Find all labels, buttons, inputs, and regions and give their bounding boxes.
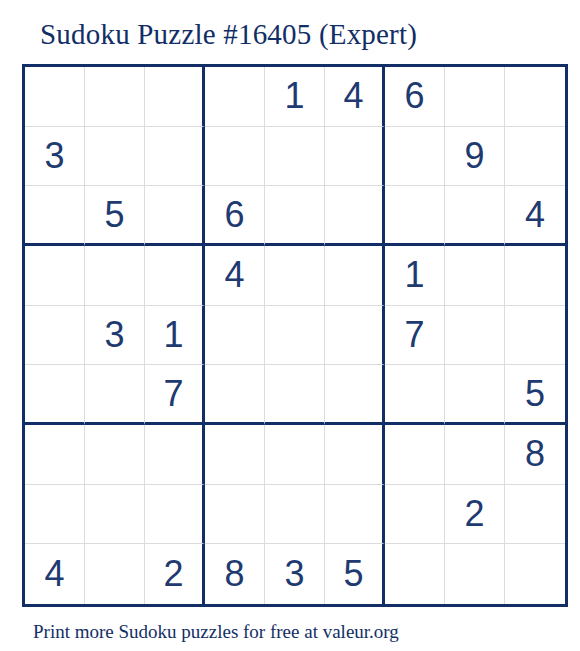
sudoku-cell-r7c9: 8 [505,425,565,485]
sudoku-cell-r2c3 [145,127,205,187]
sudoku-cell-r4c7: 1 [385,246,445,306]
sudoku-cell-r7c8 [445,425,505,485]
sudoku-cell-r1c7: 6 [385,67,445,127]
sudoku-cell-r3c6 [325,186,385,246]
sudoku-cell-r7c6 [325,425,385,485]
sudoku-cell-r8c2 [85,485,145,545]
sudoku-cell-r3c7 [385,186,445,246]
sudoku-cell-r2c4 [205,127,265,187]
sudoku-cell-r1c9 [505,67,565,127]
sudoku-cell-r8c5 [265,485,325,545]
sudoku-cell-r6c6 [325,365,385,425]
sudoku-cell-r8c7 [385,485,445,545]
sudoku-cell-r4c1 [25,246,85,306]
footer-note: Print more Sudoku puzzles for free at va… [0,607,580,643]
sudoku-cell-r5c3: 1 [145,306,205,366]
sudoku-cell-r6c7 [385,365,445,425]
sudoku-cell-r3c8 [445,186,505,246]
sudoku-cell-r7c2 [85,425,145,485]
sudoku-cell-r9c9 [505,544,565,604]
sudoku-cell-r3c1 [25,186,85,246]
sudoku-cell-r9c3: 2 [145,544,205,604]
sudoku-cell-r4c9 [505,246,565,306]
sudoku-cell-r7c4 [205,425,265,485]
sudoku-cell-r2c9 [505,127,565,187]
sudoku-cell-r2c5 [265,127,325,187]
sudoku-cell-r2c2 [85,127,145,187]
sudoku-cell-r8c8: 2 [445,485,505,545]
sudoku-cell-r1c1 [25,67,85,127]
sudoku-cell-r5c4 [205,306,265,366]
sudoku-cell-r9c4: 8 [205,544,265,604]
sudoku-cell-r4c5 [265,246,325,306]
sudoku-cell-r3c9: 4 [505,186,565,246]
sudoku-cell-r1c2 [85,67,145,127]
sudoku-cell-r5c5 [265,306,325,366]
sudoku-cell-r2c6 [325,127,385,187]
sudoku-cell-r2c1: 3 [25,127,85,187]
sudoku-cell-r3c2: 5 [85,186,145,246]
sudoku-cell-r3c4: 6 [205,186,265,246]
sudoku-cell-r1c6: 4 [325,67,385,127]
sudoku-cell-r6c4 [205,365,265,425]
sudoku-cell-r7c7 [385,425,445,485]
sudoku-cell-r7c1 [25,425,85,485]
sudoku-cell-r6c2 [85,365,145,425]
sudoku-cell-r8c9 [505,485,565,545]
sudoku-cell-r5c8 [445,306,505,366]
sudoku-cell-r4c6 [325,246,385,306]
sudoku-cell-r5c7: 7 [385,306,445,366]
sudoku-cell-r8c1 [25,485,85,545]
sudoku-cell-r9c2 [85,544,145,604]
sudoku-cell-r9c8 [445,544,505,604]
sudoku-cell-r6c5 [265,365,325,425]
sudoku-cell-r3c3 [145,186,205,246]
sudoku-cell-r2c7 [385,127,445,187]
sudoku-cell-r5c1 [25,306,85,366]
sudoku-cell-r7c5 [265,425,325,485]
sudoku-cell-r9c7 [385,544,445,604]
sudoku-cell-r9c1: 4 [25,544,85,604]
sudoku-cell-r6c9: 5 [505,365,565,425]
sudoku-cell-r5c2: 3 [85,306,145,366]
sudoku-cell-r8c4 [205,485,265,545]
sudoku-cell-r8c3 [145,485,205,545]
sudoku-cell-r6c1 [25,365,85,425]
sudoku-cell-r2c8: 9 [445,127,505,187]
sudoku-cell-r1c3 [145,67,205,127]
sudoku-cell-r3c5 [265,186,325,246]
sudoku-cell-r9c6: 5 [325,544,385,604]
sudoku-cell-r1c5: 1 [265,67,325,127]
sudoku-cell-r4c2 [85,246,145,306]
sudoku-cell-r4c4: 4 [205,246,265,306]
sudoku-cell-r5c6 [325,306,385,366]
sudoku-cell-r4c3 [145,246,205,306]
sudoku-cell-r5c9 [505,306,565,366]
sudoku-cell-r8c6 [325,485,385,545]
sudoku-board: 1463956441317758242835 [22,64,568,607]
sudoku-cell-r1c4 [205,67,265,127]
sudoku-cell-r6c3: 7 [145,365,205,425]
page-title: Sudoku Puzzle #16405 (Expert) [0,0,580,51]
sudoku-cell-r1c8 [445,67,505,127]
sudoku-cell-r7c3 [145,425,205,485]
sudoku-cell-r6c8 [445,365,505,425]
sudoku-cell-r9c5: 3 [265,544,325,604]
sudoku-cell-r4c8 [445,246,505,306]
